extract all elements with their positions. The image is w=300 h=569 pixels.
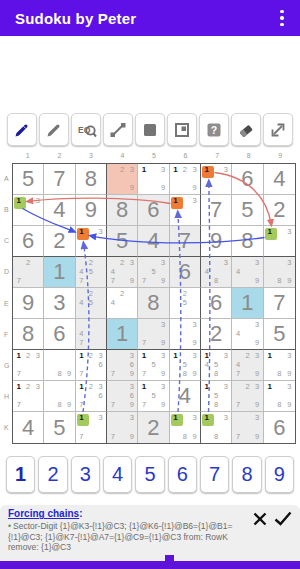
candidate-1-G5: 1 (142, 352, 146, 360)
digit-button-9[interactable]: 9 (265, 456, 294, 493)
candidate-8-D9: 8 (277, 278, 281, 286)
cell-K5[interactable]: 2 (138, 412, 169, 443)
candidate-8-G7: 8 (214, 371, 218, 379)
candidate-9-D9: 9 (287, 278, 291, 286)
candidate-8-D7: 8 (214, 278, 218, 286)
cell-C5[interactable]: 4 (138, 226, 169, 257)
candidate-7-H4: 7 (111, 402, 115, 410)
cell-D7[interactable]: 348 (201, 257, 232, 288)
candidate-1-C9: 1 (267, 228, 271, 236)
cell-E1[interactable]: 9 (13, 288, 44, 319)
candidate-3-A7: 3 (224, 166, 228, 174)
overflow-menu-icon[interactable] (270, 0, 294, 36)
value-K5: 2 (138, 412, 168, 443)
fill-square-tool-button[interactable] (135, 113, 165, 146)
digit-button-3[interactable]: 3 (71, 456, 100, 493)
cell-E6[interactable]: 25 (170, 288, 201, 319)
candidate-2-D3: 2 (89, 259, 93, 267)
cell-D1[interactable]: 27 (13, 257, 44, 288)
cell-F9[interactable]: 5 (264, 319, 295, 350)
candidate-2-A6: 2 (183, 166, 187, 174)
candidate-9-H2: 9 (67, 402, 71, 410)
candidate-3-C9: 3 (287, 228, 291, 236)
candidate-3-D8: 3 (255, 259, 259, 267)
pen-tool-button[interactable] (7, 113, 37, 146)
cell-A6[interactable]: 1239 (170, 164, 201, 195)
candidate-7-G8: 7 (236, 371, 240, 379)
candidate-1-H9: 1 (267, 383, 271, 391)
cell-E2[interactable]: 3 (44, 288, 75, 319)
candidate-7-G3: 7 (79, 371, 83, 379)
candidate-9-G6: 9 (192, 371, 196, 379)
candidate-1-K7: 1 (205, 414, 209, 422)
digit-button-8[interactable]: 8 (232, 456, 261, 493)
cell-E5[interactable]: 8 (138, 288, 169, 319)
cell-D6[interactable]: 6 (170, 257, 201, 288)
cell-D4[interactable]: 23479 (107, 257, 138, 288)
candidate-5-G5: 5 (151, 361, 155, 369)
row-label-B: B (4, 206, 9, 213)
col-label-5: 5 (152, 152, 156, 159)
candidate-9-G5: 9 (161, 371, 165, 379)
value-C1: 6 (13, 226, 43, 256)
hint-heading[interactable]: Forcing chains: (8, 508, 292, 519)
col-label-6: 6 (184, 152, 188, 159)
candidate-1-H3: 1 (79, 383, 83, 391)
cell-C6[interactable]: 7 (170, 226, 201, 257)
value-K1: 4 (13, 412, 43, 443)
candidate-8-G6: 8 (183, 371, 187, 379)
cell-G7[interactable]: 13458 (201, 350, 232, 381)
cell-F8[interactable]: 349 (232, 319, 263, 350)
candidate-9-H8: 9 (255, 402, 259, 410)
candidate-7-D3: 7 (79, 278, 83, 286)
cell-H7[interactable]: 1358 (201, 381, 232, 412)
candidate-9-A4: 9 (130, 185, 134, 193)
pencil-icon (44, 120, 64, 140)
digit-button-6[interactable]: 6 (168, 456, 197, 493)
candidate-2-A4: 2 (120, 166, 124, 174)
value-F7: 2 (201, 319, 231, 349)
cell-C9[interactable]: 13 (264, 226, 295, 257)
fill-square-icon (140, 120, 160, 140)
candidate-2-E4: 2 (120, 290, 124, 298)
cell-K2[interactable]: 5 (44, 412, 75, 443)
cell-C4[interactable]: 5 (107, 226, 138, 257)
candidate-4-F8: 4 (236, 330, 240, 338)
number-pad: 123456789 (6, 456, 294, 493)
candidate-1-H5: 1 (142, 383, 146, 391)
candidate-5-G6: 5 (183, 361, 187, 369)
candidate-7-D4: 7 (111, 278, 115, 286)
value-A1: 5 (13, 164, 43, 194)
candidate-3-G9: 3 (287, 352, 291, 360)
value-K9: 6 (264, 412, 295, 443)
cell-G3[interactable]: 12367 (76, 350, 107, 381)
candidate-7-F3: 7 (79, 340, 83, 348)
cell-G9[interactable]: 1389 (264, 350, 295, 381)
candidate-1-G3: 1 (79, 352, 83, 360)
candidate-3-D7: 3 (224, 259, 228, 267)
candidate-8-G2: 8 (57, 371, 61, 379)
candidate-7-H8: 7 (236, 402, 240, 410)
cell-B8[interactable]: 5 (232, 195, 263, 226)
candidate-3-K7: 3 (224, 414, 228, 422)
cell-K4[interactable]: 379 (107, 412, 138, 443)
bullet-marker: • (8, 521, 11, 531)
candidate-8-H2: 8 (57, 402, 61, 410)
col-label-8: 8 (247, 152, 251, 159)
reject-hint-icon[interactable] (253, 512, 267, 526)
candidate-3-K6: 3 (192, 414, 196, 422)
cell-C2[interactable]: 2 (44, 226, 75, 257)
cell-B3[interactable]: 9 (76, 195, 107, 226)
cell-B5[interactable]: 6 (138, 195, 169, 226)
value-E8: 1 (232, 288, 262, 318)
candidate-9-A5: 9 (161, 185, 165, 193)
candidate-9-G9: 9 (287, 371, 291, 379)
candidate-7-D1: 7 (17, 278, 21, 286)
candidate-3-A5: 3 (161, 166, 165, 174)
digit-button-5[interactable]: 5 (135, 456, 164, 493)
candidate-5-G7: 5 (214, 361, 218, 369)
cell-K8[interactable]: 379 (232, 412, 263, 443)
pen-icon (12, 120, 32, 140)
cell-B6[interactable]: 13 (170, 195, 201, 226)
value-B2: 4 (44, 195, 74, 225)
candidate-3-G6: 3 (192, 352, 196, 360)
candidate-7-K8: 7 (236, 433, 240, 441)
cell-F5[interactable]: 379 (138, 319, 169, 350)
cell-H9[interactable]: 1389 (264, 381, 295, 412)
candidate-3-H7: 3 (224, 383, 228, 391)
cell-B7[interactable]: 7 (201, 195, 232, 226)
candidate-4-G8: 4 (236, 361, 240, 369)
candidate-9-H5: 9 (161, 402, 165, 410)
candidate-7-H1: 7 (17, 402, 21, 410)
cell-D2[interactable]: 1 (44, 257, 75, 288)
cell-G8[interactable]: 23479 (232, 350, 263, 381)
candidate-3-F8: 3 (255, 321, 259, 329)
candidate-3-K3: 3 (98, 414, 102, 422)
col-label-2: 2 (57, 152, 61, 159)
candidate-6-G3: 6 (98, 361, 102, 369)
value-K2: 5 (44, 412, 74, 443)
candidate-9-A6: 9 (192, 185, 196, 193)
cell-K1[interactable]: 4 (13, 412, 44, 443)
app-title: Sudoku by Peter (15, 10, 136, 27)
candidate-9-H9: 9 (287, 402, 291, 410)
candidate-4-D4: 4 (111, 268, 115, 276)
candidate-1-A6: 1 (173, 166, 177, 174)
cell-E4[interactable]: 24 (107, 288, 138, 319)
eraser-button[interactable] (231, 113, 261, 146)
cell-D8[interactable]: 349 (232, 257, 263, 288)
candidate-3-K8: 3 (255, 414, 259, 422)
expand-icon (268, 120, 288, 140)
col-label-7: 7 (215, 152, 219, 159)
cell-A4[interactable]: 239 (107, 164, 138, 195)
candidate-4-D7: 4 (205, 268, 209, 276)
candidate-3-G5: 3 (161, 352, 165, 360)
candidate-3-G8: 3 (255, 352, 259, 360)
cell-D5[interactable]: 3579 (138, 257, 169, 288)
cell-F6[interactable]: 39 (170, 319, 201, 350)
candidate-3-K4: 3 (130, 414, 134, 422)
value-A3: 8 (76, 164, 106, 194)
candidate-1-A5: 1 (142, 166, 146, 174)
row-label-F: F (4, 331, 8, 338)
candidate-9-F8: 9 (255, 340, 259, 348)
cell-F7[interactable]: 2 (201, 319, 232, 350)
cell-E9[interactable]: 7 (264, 288, 295, 319)
candidate-5-E3: 5 (89, 299, 93, 307)
value-A8: 6 (232, 164, 262, 194)
toolbar: EQ ? (7, 113, 293, 146)
cell-F2[interactable]: 6 (44, 319, 75, 350)
value-B3: 9 (76, 195, 106, 225)
value-C4: 5 (107, 226, 137, 256)
candidate-7-F5: 7 (142, 340, 146, 348)
candidate-8-K6: 8 (183, 433, 187, 441)
value-F1: 8 (13, 319, 43, 349)
value-B7: 7 (201, 195, 231, 225)
candidate-2-D4: 2 (120, 259, 124, 267)
value-C6: 7 (170, 226, 200, 256)
candidate-3-H8: 3 (255, 383, 259, 391)
cell-H3[interactable]: 12367 (76, 381, 107, 412)
candidate-1-G9: 1 (267, 352, 271, 360)
candidate-5-H7: 5 (214, 392, 218, 400)
candidate-2-E6: 2 (183, 290, 187, 298)
col-label-3: 3 (89, 152, 93, 159)
value-E1: 9 (13, 288, 43, 318)
expand-button[interactable] (263, 113, 293, 146)
row-label-E: E (4, 300, 9, 307)
candidate-3-F5: 3 (161, 321, 165, 329)
cell-C7[interactable]: 9 (201, 226, 232, 257)
candidate-9-K8: 9 (255, 433, 259, 441)
cell-H5[interactable]: 13579 (138, 381, 169, 412)
candidate-9-G4: 9 (130, 371, 134, 379)
cell-B1[interactable]: 13 (13, 195, 44, 226)
hint-text: •Sector-Digit {1}@K3-{!1}@C3; {1}@K6-{!1… (8, 521, 248, 553)
cell-D3[interactable]: 2457 (76, 257, 107, 288)
value-B4: 8 (107, 195, 137, 225)
cell-A7[interactable]: 13 (201, 164, 232, 195)
cell-K7[interactable]: 138 (201, 412, 232, 443)
value-A2: 7 (44, 164, 74, 194)
candidate-3-G3: 3 (98, 352, 102, 360)
cell-K3[interactable]: 137 (76, 412, 107, 443)
row-label-K: K (4, 424, 9, 431)
candidate-9-F6: 9 (192, 340, 196, 348)
value-E7: 6 (201, 288, 231, 318)
candidate-1-H7: 1 (205, 383, 209, 391)
candidate-4-F3: 4 (79, 330, 83, 338)
candidate-1-B1: 1 (17, 197, 21, 205)
candidate-9-D4: 9 (130, 278, 134, 286)
candidate-1-C3: 1 (79, 228, 83, 236)
candidate-7-G5: 7 (142, 371, 146, 379)
cell-H6[interactable]: 4 (170, 381, 201, 412)
line-tool-button[interactable] (103, 113, 133, 146)
region-tool-button[interactable] (167, 113, 197, 146)
candidate-3-B6: 3 (192, 197, 196, 205)
col-label-1: 1 (26, 152, 30, 159)
candidate-1-G6: 1 (173, 352, 177, 360)
find-candidates-button[interactable]: EQ (71, 113, 101, 146)
cell-C3[interactable]: 13 (76, 226, 107, 257)
cell-A5[interactable]: 139 (138, 164, 169, 195)
cell-G6[interactable]: 13589 (170, 350, 201, 381)
value-B8: 5 (232, 195, 262, 225)
candidate-9-H4: 9 (130, 402, 134, 410)
candidate-9-K4: 9 (130, 433, 134, 441)
digit-button-1[interactable]: 1 (6, 456, 35, 493)
candidate-7-G1: 7 (17, 371, 21, 379)
candidate-5-D3: 5 (89, 268, 93, 276)
bottom-bar (0, 561, 300, 569)
value-B5: 6 (138, 195, 168, 225)
candidate-1-A7: 1 (205, 166, 209, 174)
candidate-3-D5: 3 (161, 259, 165, 267)
candidate-1-G1: 1 (17, 352, 21, 360)
candidate-1-G7: 1 (205, 352, 209, 360)
sudoku-board: 5782391391239136413498613752621354798132… (12, 163, 296, 444)
line-tool-icon (108, 120, 128, 140)
candidate-7-G4: 7 (111, 371, 115, 379)
hint-panel: Forcing chains: •Sector-Digit {1}@K3-{!1… (0, 505, 300, 561)
value-C5: 4 (138, 226, 168, 256)
row-label-H: H (4, 393, 9, 400)
apply-hint-icon[interactable] (274, 511, 292, 526)
cell-B9[interactable]: 2 (264, 195, 295, 226)
cell-D9[interactable]: 389 (264, 257, 295, 288)
cell-C8[interactable]: 8 (232, 226, 263, 257)
digit-button-2[interactable]: 2 (38, 456, 67, 493)
cell-B4[interactable]: 8 (107, 195, 138, 226)
candidate-9-D8: 9 (255, 278, 259, 286)
cell-C1[interactable]: 6 (13, 226, 44, 257)
eraser-icon (236, 120, 256, 140)
value-C8: 8 (232, 226, 262, 256)
help-button[interactable]: ? (199, 113, 229, 146)
candidate-3-H1: 3 (36, 383, 40, 391)
candidate-9-F5: 9 (161, 340, 165, 348)
cell-E8[interactable]: 1 (232, 288, 263, 319)
pencil-tool-button[interactable] (39, 113, 69, 146)
value-H6: 4 (170, 381, 200, 411)
candidate-3-H3: 3 (98, 383, 102, 391)
cell-G5[interactable]: 13579 (138, 350, 169, 381)
candidate-4-D8: 4 (236, 268, 240, 276)
candidate-3-G4: 3 (130, 352, 134, 360)
value-D2: 1 (44, 257, 74, 287)
candidate-1-K3: 1 (79, 414, 83, 422)
cell-H4[interactable]: 3679 (107, 381, 138, 412)
candidate-2-H8: 2 (245, 383, 249, 391)
candidate-9-K6: 9 (192, 433, 196, 441)
candidate-2-H1: 2 (26, 383, 30, 391)
candidate-3-D9: 3 (287, 259, 291, 267)
cell-H2[interactable]: 89 (44, 381, 75, 412)
app-root: Sudoku by Peter EQ (0, 0, 300, 569)
value-C7: 9 (201, 226, 231, 256)
cell-E3[interactable]: 245 (76, 288, 107, 319)
cell-K9[interactable]: 6 (264, 412, 295, 443)
digit-button-4[interactable]: 4 (103, 456, 132, 493)
candidate-8-H9: 8 (277, 402, 281, 410)
candidate-7-H5: 7 (142, 402, 146, 410)
candidate-3-H9: 3 (287, 383, 291, 391)
candidate-9-G2: 9 (67, 371, 71, 379)
cell-F4[interactable]: 1 (107, 319, 138, 350)
cell-H1[interactable]: 1237 (13, 381, 44, 412)
col-label-4: 4 (120, 152, 124, 159)
candidate-3-H5: 3 (161, 383, 165, 391)
candidate-3-G1: 3 (36, 352, 40, 360)
cell-F1[interactable]: 8 (13, 319, 44, 350)
candidate-3-H4: 3 (130, 383, 134, 391)
cell-G2[interactable]: 89 (44, 350, 75, 381)
value-D6: 6 (170, 257, 200, 287)
candidate-4-E4: 4 (111, 299, 115, 307)
candidate-2-G1: 2 (26, 352, 30, 360)
digit-button-7[interactable]: 7 (200, 456, 229, 493)
cell-F3[interactable]: 47 (76, 319, 107, 350)
candidate-1-H1: 1 (17, 383, 21, 391)
cell-E7[interactable]: 6 (201, 288, 232, 319)
candidate-9-D5: 9 (161, 278, 165, 286)
cell-K6[interactable]: 1389 (170, 412, 201, 443)
candidate-7-D5: 7 (142, 278, 146, 286)
candidate-6-H3: 6 (98, 392, 102, 400)
candidate-3-D4: 3 (130, 259, 134, 267)
value-E9: 7 (264, 288, 295, 318)
search-eq-icon: EQ (76, 120, 97, 140)
candidate-3-A4: 3 (130, 166, 134, 174)
cell-A8[interactable]: 6 (232, 164, 263, 195)
candidate-5-H5: 5 (151, 392, 155, 400)
cell-G1[interactable]: 1237 (13, 350, 44, 381)
value-E5: 8 (138, 288, 168, 318)
candidate-2-D1: 2 (26, 259, 30, 267)
row-label-C: C (4, 237, 9, 244)
candidate-7-H3: 7 (79, 402, 83, 410)
cell-A3[interactable]: 8 (76, 164, 107, 195)
candidate-3-C3: 3 (98, 228, 102, 236)
candidate-1-K6: 1 (173, 414, 177, 422)
candidate-3-B1: 3 (36, 197, 40, 205)
candidate-5-D5: 5 (151, 268, 155, 276)
cell-A9[interactable]: 4 (264, 164, 295, 195)
candidate-7-K4: 7 (111, 433, 115, 441)
cell-G4[interactable]: 3679 (107, 350, 138, 381)
cell-H8[interactable]: 2379 (232, 381, 263, 412)
value-E2: 3 (44, 288, 74, 318)
candidate-8-G9: 8 (277, 371, 281, 379)
cell-A1[interactable]: 5 (13, 164, 44, 195)
value-F9: 5 (264, 319, 295, 349)
candidate-4-E3: 4 (79, 299, 83, 307)
value-A9: 4 (264, 164, 295, 194)
candidate-2-G3: 2 (89, 352, 93, 360)
cell-B2[interactable]: 4 (44, 195, 75, 226)
candidate-6-G4: 6 (130, 361, 134, 369)
candidate-1-B6: 1 (173, 197, 177, 205)
cell-A2[interactable]: 7 (44, 164, 75, 195)
